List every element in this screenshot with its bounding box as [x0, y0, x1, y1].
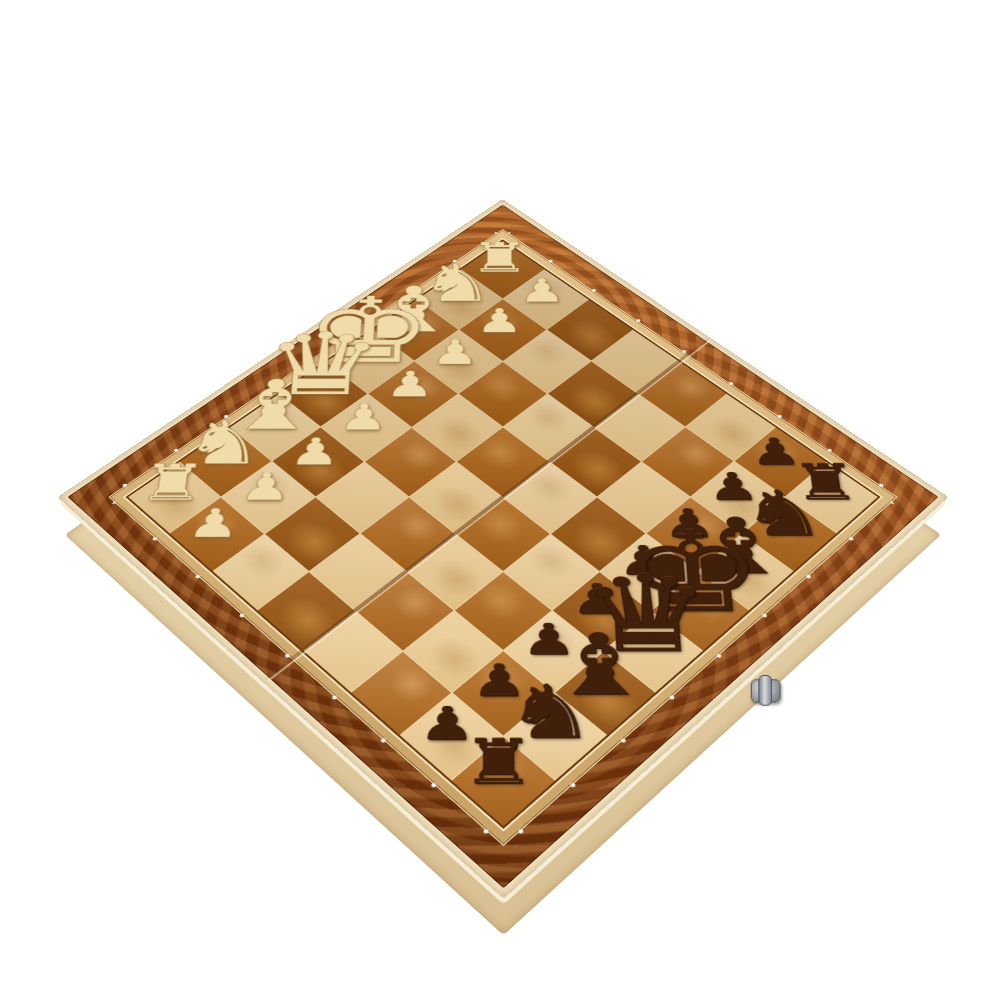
- chess-board: ♜♟♟♜♞♟♟♞♝♟♟♝♚♟♟♚♛♟♟♛♝♟♟♝♞♟♟♞♜♟♟♜: [125, 239, 880, 829]
- square-b6[interactable]: [404, 611, 503, 692]
- square-c6[interactable]: [455, 572, 552, 650]
- piece-black-queen[interactable]: ♛: [579, 573, 717, 656]
- folding-chess-box: ♜♟♟♜♞♟♟♞♝♟♟♝♚♟♟♚♛♟♟♛♝♟♟♝♞♟♟♞♜♟♟♜: [58, 199, 949, 899]
- clasp-bar-icon: [758, 675, 772, 706]
- piece-black-rook[interactable]: ♜: [462, 738, 536, 787]
- square-a6[interactable]: [351, 651, 451, 735]
- square-a8[interactable]: ♜: [451, 736, 555, 826]
- piece-black-knight[interactable]: ♞: [506, 684, 596, 742]
- square-c4[interactable]: [361, 498, 455, 571]
- piece-white-pawn[interactable]: ♟: [187, 508, 242, 539]
- square-b4[interactable]: [310, 534, 405, 610]
- square-c5[interactable]: [407, 534, 502, 610]
- piece-white-pawn[interactable]: ♟: [338, 404, 388, 432]
- product-photo-stage: ♜♟♟♜♞♟♟♞♝♟♟♝♚♟♟♚♛♟♟♛♝♟♟♝♞♟♟♞♜♟♟♜: [0, 0, 1000, 1000]
- square-c8[interactable]: ♝: [555, 651, 655, 735]
- metal-clasp: [751, 679, 783, 705]
- square-d5[interactable]: [456, 498, 550, 571]
- piece-black-bishop[interactable]: ♝: [547, 632, 654, 698]
- square-a5[interactable]: [304, 611, 403, 692]
- board-margin: ♜♟♟♜♞♟♟♞♝♟♟♝♚♟♟♚♛♟♟♛♝♟♟♝♞♟♟♞♜♟♟♜: [110, 230, 896, 845]
- piece-black-pawn[interactable]: ♟: [419, 705, 475, 741]
- perspective-wrapper: ♜♟♟♜♞♟♟♞♝♟♟♝♚♟♟♚♛♟♟♛♝♟♟♝♞♟♟♞♜♟♟♜: [0, 0, 1000, 1000]
- square-d8[interactable]: ♛: [604, 611, 703, 692]
- square-a2[interactable]: ♟: [170, 498, 264, 571]
- square-a4[interactable]: [258, 572, 355, 650]
- piece-black-pawn[interactable]: ♟: [472, 663, 527, 698]
- piece-black-pawn[interactable]: ♟: [522, 622, 576, 656]
- square-b5[interactable]: [356, 572, 453, 650]
- piece-white-pawn[interactable]: ♟: [476, 308, 523, 334]
- square-b3[interactable]: [265, 498, 359, 571]
- inlay-dots-bottom: [111, 500, 499, 842]
- square-b8[interactable]: ♞: [504, 693, 606, 780]
- piece-white-pawn[interactable]: ♟: [385, 371, 434, 398]
- square-a7[interactable]: ♟: [401, 693, 503, 780]
- square-a3[interactable]: [213, 534, 308, 610]
- piece-white-rook[interactable]: ♜: [137, 463, 208, 502]
- square-b7[interactable]: ♟: [453, 651, 553, 735]
- square-c7[interactable]: ♟: [504, 611, 603, 692]
- piece-white-pawn[interactable]: ♟: [431, 339, 479, 365]
- piece-white-pawn[interactable]: ♟: [519, 278, 565, 303]
- piece-white-pawn[interactable]: ♟: [239, 472, 292, 502]
- piece-white-pawn[interactable]: ♟: [289, 437, 341, 466]
- board-frame: ♜♟♟♜♞♟♟♞♝♟♟♝♚♟♟♚♛♟♟♛♝♟♟♝♞♟♟♞♜♟♟♜: [67, 205, 938, 889]
